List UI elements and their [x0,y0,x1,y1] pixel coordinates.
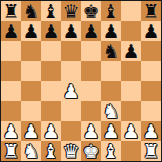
square-b2[interactable]: ♟ [21,121,41,141]
square-e5[interactable] [81,61,101,81]
chess-board: ♜♞♝♛♚♝♜♟♟♟♟♟♟♟♞♟♟♞♟♟♟♟♟♟♟♜♞♝♛♚♝♜ [0,0,162,162]
piece-black-pawn: ♟ [42,21,59,41]
piece-white-pawn: ♟ [142,121,159,141]
square-g8[interactable] [121,1,141,21]
square-h4[interactable] [141,81,161,101]
square-a8[interactable]: ♜ [1,1,21,21]
square-h1[interactable]: ♜ [141,141,161,161]
square-d4[interactable]: ♟ [61,81,81,101]
piece-white-pawn: ♟ [82,121,99,141]
square-b8[interactable]: ♞ [21,1,41,21]
square-h6[interactable] [141,41,161,61]
square-c1[interactable]: ♝ [41,141,61,161]
square-a2[interactable]: ♟ [1,121,21,141]
square-f5[interactable] [101,61,121,81]
square-f6[interactable]: ♞ [101,41,121,61]
square-c6[interactable] [41,41,61,61]
square-c4[interactable] [41,81,61,101]
piece-black-pawn: ♟ [62,21,79,41]
square-d8[interactable]: ♛ [61,1,81,21]
square-a1[interactable]: ♜ [1,141,21,161]
square-f4[interactable] [101,81,121,101]
square-g1[interactable] [121,141,141,161]
piece-white-pawn: ♟ [42,121,59,141]
piece-black-rook: ♜ [142,1,159,21]
piece-black-knight: ♞ [102,41,119,61]
square-h2[interactable]: ♟ [141,121,161,141]
square-a7[interactable]: ♟ [1,21,21,41]
square-g5[interactable] [121,61,141,81]
piece-black-pawn: ♟ [82,21,99,41]
square-c8[interactable]: ♝ [41,1,61,21]
square-e3[interactable] [81,101,101,121]
piece-black-bishop: ♝ [42,1,59,21]
square-g7[interactable] [121,21,141,41]
piece-white-pawn: ♟ [22,121,39,141]
square-d7[interactable]: ♟ [61,21,81,41]
piece-white-rook: ♜ [142,141,159,161]
square-f7[interactable]: ♟ [101,21,121,41]
square-e2[interactable]: ♟ [81,121,101,141]
square-c2[interactable]: ♟ [41,121,61,141]
square-f1[interactable]: ♝ [101,141,121,161]
square-e1[interactable]: ♚ [81,141,101,161]
square-d1[interactable]: ♛ [61,141,81,161]
piece-black-pawn: ♟ [102,21,119,41]
piece-white-queen: ♛ [62,141,79,161]
square-d6[interactable] [61,41,81,61]
piece-white-bishop: ♝ [102,141,119,161]
piece-white-knight: ♞ [22,141,39,161]
square-e4[interactable] [81,81,101,101]
square-g6[interactable]: ♟ [121,41,141,61]
piece-white-pawn: ♟ [62,81,79,101]
piece-black-queen: ♛ [62,1,79,21]
piece-black-pawn: ♟ [2,21,19,41]
square-h7[interactable]: ♟ [141,21,161,41]
square-g4[interactable] [121,81,141,101]
square-a5[interactable] [1,61,21,81]
square-a3[interactable] [1,101,21,121]
square-a4[interactable] [1,81,21,101]
piece-black-king: ♚ [82,1,99,21]
square-b7[interactable]: ♟ [21,21,41,41]
piece-black-pawn: ♟ [142,21,159,41]
square-c5[interactable] [41,61,61,81]
square-c7[interactable]: ♟ [41,21,61,41]
square-f2[interactable]: ♟ [101,121,121,141]
piece-white-king: ♚ [82,141,99,161]
square-h5[interactable] [141,61,161,81]
square-d3[interactable] [61,101,81,121]
square-b6[interactable] [21,41,41,61]
piece-black-pawn: ♟ [22,21,39,41]
piece-white-pawn: ♟ [122,121,139,141]
square-b1[interactable]: ♞ [21,141,41,161]
square-f3[interactable]: ♞ [101,101,121,121]
square-a6[interactable] [1,41,21,61]
square-g2[interactable]: ♟ [121,121,141,141]
piece-black-rook: ♜ [2,1,19,21]
square-h3[interactable] [141,101,161,121]
square-h8[interactable]: ♜ [141,1,161,21]
square-b4[interactable] [21,81,41,101]
square-f8[interactable]: ♝ [101,1,121,21]
square-d5[interactable] [61,61,81,81]
piece-white-bishop: ♝ [42,141,59,161]
square-b5[interactable] [21,61,41,81]
piece-black-bishop: ♝ [102,1,119,21]
square-c3[interactable] [41,101,61,121]
square-e7[interactable]: ♟ [81,21,101,41]
square-g3[interactable] [121,101,141,121]
square-e6[interactable] [81,41,101,61]
piece-black-pawn: ♟ [122,41,139,61]
square-e8[interactable]: ♚ [81,1,101,21]
square-b3[interactable] [21,101,41,121]
piece-black-knight: ♞ [22,1,39,21]
square-d2[interactable] [61,121,81,141]
piece-white-rook: ♜ [2,141,19,161]
piece-white-knight: ♞ [102,101,119,121]
piece-white-pawn: ♟ [102,121,119,141]
piece-white-pawn: ♟ [2,121,19,141]
